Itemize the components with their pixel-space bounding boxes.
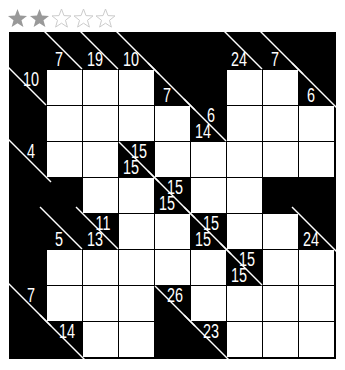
across-clue: 23 xyxy=(202,323,219,340)
clue-cell-r7c4: 26 xyxy=(155,286,190,321)
entry-cell-r1c2[interactable] xyxy=(83,70,118,105)
clue-cell-r4c4: 1515 xyxy=(155,178,190,213)
down-clue: 24 xyxy=(303,231,319,248)
entry-cell-r2c7[interactable] xyxy=(263,106,298,141)
entry-cell-r3c4[interactable] xyxy=(155,142,190,177)
clue-cell-r5c8: 24 xyxy=(299,214,334,249)
entry-cell-r6c3[interactable] xyxy=(119,250,154,285)
clue-cell-r0c6: 24 xyxy=(227,34,262,69)
clue-cell-r3c0: 4 xyxy=(11,142,46,177)
clue-cell-r8c1: 14 xyxy=(47,322,82,357)
block-cell-r5c0 xyxy=(11,214,46,249)
kakuro-grid: 7191024710766144151515155111315152415157… xyxy=(11,34,334,357)
entry-cell-r6c8[interactable] xyxy=(299,250,334,285)
clue-cell-r7c0: 7 xyxy=(11,286,46,321)
entry-cell-r5c7[interactable] xyxy=(263,214,298,249)
down-clue: 13 xyxy=(87,231,103,248)
block-cell-r0c8 xyxy=(299,34,334,69)
entry-cell-r6c5[interactable] xyxy=(191,250,226,285)
entry-cell-r2c8[interactable] xyxy=(299,106,334,141)
down-clue: 10 xyxy=(123,51,139,68)
block-cell-r4c8 xyxy=(299,178,334,213)
entry-cell-r7c5[interactable] xyxy=(191,286,226,321)
entry-cell-r6c7[interactable] xyxy=(263,250,298,285)
entry-cell-r3c5[interactable] xyxy=(191,142,226,177)
block-cell-r2c0 xyxy=(11,106,46,141)
clue-cell-r5c2: 1113 xyxy=(83,214,118,249)
down-clue: 7 xyxy=(267,51,283,68)
entry-cell-r4c2[interactable] xyxy=(83,178,118,213)
block-cell-r4c7 xyxy=(263,178,298,213)
clue-cell-r5c1: 5 xyxy=(47,214,82,249)
clue-cell-r1c8: 6 xyxy=(299,70,334,105)
block-cell-r6c0 xyxy=(11,250,46,285)
entry-cell-r2c2[interactable] xyxy=(83,106,118,141)
across-clue: 14 xyxy=(58,323,75,340)
down-clue: 6 xyxy=(303,87,319,104)
entry-cell-r2c1[interactable] xyxy=(47,106,82,141)
clue-cell-r8c5: 23 xyxy=(191,322,226,357)
block-cell-r1c5 xyxy=(191,70,226,105)
across-clue: 26 xyxy=(166,287,183,304)
block-cell-r8c0 xyxy=(11,322,46,357)
clue-cell-r6c6: 1515 xyxy=(227,250,262,285)
down-clue: 14 xyxy=(195,123,211,140)
clue-cell-r0c3: 10 xyxy=(119,34,154,69)
difficulty-rating xyxy=(7,8,116,29)
entry-cell-r3c8[interactable] xyxy=(299,142,334,177)
entry-cell-r1c3[interactable] xyxy=(119,70,154,105)
clue-cell-r0c7: 7 xyxy=(263,34,298,69)
entry-cell-r3c7[interactable] xyxy=(263,142,298,177)
entry-cell-r7c1[interactable] xyxy=(47,286,82,321)
entry-cell-r1c7[interactable] xyxy=(263,70,298,105)
star-filled-icon xyxy=(7,8,28,29)
entry-cell-r1c6[interactable] xyxy=(227,70,262,105)
down-clue: 15 xyxy=(231,267,247,284)
down-clue: 24 xyxy=(231,51,247,68)
entry-cell-r3c1[interactable] xyxy=(47,142,82,177)
clue-cell-r0c1: 7 xyxy=(47,34,82,69)
star-empty-icon xyxy=(95,8,116,29)
star-filled-icon xyxy=(29,8,50,29)
entry-cell-r6c2[interactable] xyxy=(83,250,118,285)
entry-cell-r2c3[interactable] xyxy=(119,106,154,141)
clue-cell-r1c0: 10 xyxy=(11,70,46,105)
entry-cell-r4c5[interactable] xyxy=(191,178,226,213)
entry-cell-r4c6[interactable] xyxy=(227,178,262,213)
across-clue: 10 xyxy=(22,71,39,88)
down-clue: 5 xyxy=(51,231,67,248)
kakuro-board: 7191024710766144151515155111315152415157… xyxy=(9,32,336,359)
block-cell-r0c0 xyxy=(11,34,46,69)
entry-cell-r5c3[interactable] xyxy=(119,214,154,249)
kakuro-screen: { "game": "Kakuro", "screen": {"type": "… xyxy=(0,0,345,370)
down-clue: 15 xyxy=(159,195,175,212)
entry-cell-r7c2[interactable] xyxy=(83,286,118,321)
entry-cell-r5c6[interactable] xyxy=(227,214,262,249)
entry-cell-r8c8[interactable] xyxy=(299,322,334,357)
entry-cell-r7c8[interactable] xyxy=(299,286,334,321)
clue-cell-r1c4: 7 xyxy=(155,70,190,105)
down-clue: 19 xyxy=(87,51,103,68)
across-clue: 4 xyxy=(22,143,39,160)
block-cell-r0c5 xyxy=(191,34,226,69)
entry-cell-r1c1[interactable] xyxy=(47,70,82,105)
star-empty-icon xyxy=(73,8,94,29)
down-clue: 15 xyxy=(123,159,139,176)
entry-cell-r8c3[interactable] xyxy=(119,322,154,357)
entry-cell-r7c6[interactable] xyxy=(227,286,262,321)
down-clue: 7 xyxy=(51,51,67,68)
block-cell-r4c0 xyxy=(11,178,46,213)
clue-cell-r3c3: 1515 xyxy=(119,142,154,177)
entry-cell-r8c6[interactable] xyxy=(227,322,262,357)
entry-cell-r6c4[interactable] xyxy=(155,250,190,285)
entry-cell-r4c3[interactable] xyxy=(119,178,154,213)
entry-cell-r5c4[interactable] xyxy=(155,214,190,249)
clue-cell-r2c5: 614 xyxy=(191,106,226,141)
entry-cell-r3c2[interactable] xyxy=(83,142,118,177)
clue-cell-r5c5: 1515 xyxy=(191,214,226,249)
entry-cell-r8c7[interactable] xyxy=(263,322,298,357)
entry-cell-r2c6[interactable] xyxy=(227,106,262,141)
down-clue: 15 xyxy=(195,231,211,248)
entry-cell-r6c1[interactable] xyxy=(47,250,82,285)
down-clue: 7 xyxy=(159,87,175,104)
star-empty-icon xyxy=(51,8,72,29)
block-cell-r0c4 xyxy=(155,34,190,69)
clue-cell-r0c2: 19 xyxy=(83,34,118,69)
entry-cell-r2c4[interactable] xyxy=(155,106,190,141)
entry-cell-r3c6[interactable] xyxy=(227,142,262,177)
across-clue: 7 xyxy=(22,287,39,304)
entry-cell-r8c2[interactable] xyxy=(83,322,118,357)
block-cell-r8c4 xyxy=(155,322,190,357)
block-cell-r4c1 xyxy=(47,178,82,213)
entry-cell-r7c3[interactable] xyxy=(119,286,154,321)
entry-cell-r7c7[interactable] xyxy=(263,286,298,321)
